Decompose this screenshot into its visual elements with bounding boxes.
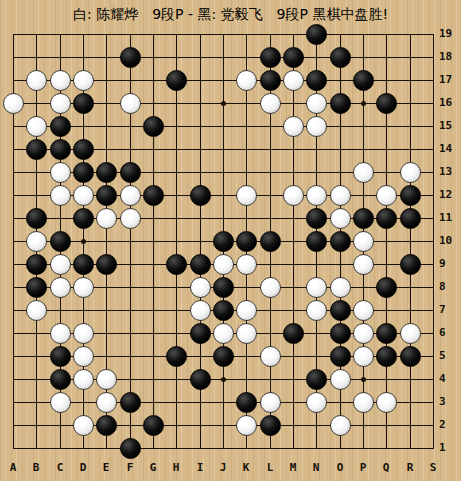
white-stone-N16 [306,93,327,114]
column-label-M: M [285,461,301,475]
black-stone-N17 [306,70,327,91]
black-stone-R5 [400,346,421,367]
black-stone-F18 [120,47,141,68]
column-label-N: N [308,461,324,475]
black-stone-H5 [166,346,187,367]
black-stone-Q8 [376,277,397,298]
white-stone-I8 [190,277,211,298]
star-point [221,377,226,382]
white-stone-J6 [213,323,234,344]
star-point [221,101,226,106]
white-stone-N12 [306,185,327,206]
black-stone-O6 [330,323,351,344]
white-stone-K7 [236,300,257,321]
black-stone-O16 [330,93,351,114]
column-label-H: H [168,461,184,475]
black-stone-D16 [73,93,94,114]
black-stone-E9 [96,254,117,275]
black-stone-J7 [213,300,234,321]
white-stone-Q3 [376,392,397,413]
black-stone-C15 [50,116,71,137]
black-stone-G2 [143,415,164,436]
white-stone-C6 [50,323,71,344]
black-stone-I12 [190,185,211,206]
row-label-15: 15 [439,119,461,133]
white-stone-F16 [120,93,141,114]
white-stone-E4 [96,369,117,390]
black-stone-E2 [96,415,117,436]
black-stone-D13 [73,162,94,183]
row-label-2: 2 [439,418,461,432]
black-stone-R12 [400,185,421,206]
white-stone-C16 [50,93,71,114]
black-stone-R9 [400,254,421,275]
black-stone-L2 [260,415,281,436]
white-stone-D4 [73,369,94,390]
column-label-F: F [122,461,138,475]
column-label-A: A [5,461,21,475]
row-label-18: 18 [439,50,461,64]
column-label-S: S [425,461,441,475]
white-stone-D2 [73,415,94,436]
black-stone-C10 [50,231,71,252]
row-label-11: 11 [439,211,461,225]
white-stone-F11 [120,208,141,229]
white-stone-L16 [260,93,281,114]
row-label-4: 4 [439,372,461,386]
white-stone-K2 [236,415,257,436]
column-label-Q: Q [378,461,394,475]
column-label-P: P [355,461,371,475]
row-label-9: 9 [439,257,461,271]
row-label-10: 10 [439,234,461,248]
row-label-7: 7 [439,303,461,317]
black-stone-N11 [306,208,327,229]
black-stone-L18 [260,47,281,68]
row-label-5: 5 [439,349,461,363]
black-stone-O10 [330,231,351,252]
column-label-O: O [332,461,348,475]
black-stone-G15 [143,116,164,137]
black-stone-D9 [73,254,94,275]
white-stone-L5 [260,346,281,367]
white-stone-C17 [50,70,71,91]
black-stone-Q6 [376,323,397,344]
black-stone-C5 [50,346,71,367]
white-stone-O2 [330,415,351,436]
white-stone-D6 [73,323,94,344]
black-stone-D11 [73,208,94,229]
white-stone-C3 [50,392,71,413]
black-stone-M18 [283,47,304,68]
black-stone-J10 [213,231,234,252]
black-stone-F1 [120,438,141,459]
black-stone-N19 [306,24,327,45]
board-grid-hline [13,448,434,449]
black-stone-P17 [353,70,374,91]
white-stone-P5 [353,346,374,367]
black-stone-G12 [143,185,164,206]
white-stone-A16 [3,93,24,114]
white-stone-C13 [50,162,71,183]
white-stone-B7 [26,300,47,321]
black-stone-D14 [73,139,94,160]
white-stone-B15 [26,116,47,137]
row-label-16: 16 [439,96,461,110]
white-stone-R6 [400,323,421,344]
row-label-3: 3 [439,395,461,409]
black-stone-Q5 [376,346,397,367]
column-label-D: D [75,461,91,475]
star-point [361,377,366,382]
white-stone-K17 [236,70,257,91]
white-stone-B17 [26,70,47,91]
white-stone-C9 [50,254,71,275]
white-stone-J9 [213,254,234,275]
black-stone-I6 [190,323,211,344]
white-stone-D8 [73,277,94,298]
board-grid-vline [293,34,294,449]
star-point [361,101,366,106]
black-stone-O5 [330,346,351,367]
black-stone-P11 [353,208,374,229]
black-stone-B9 [26,254,47,275]
white-stone-N15 [306,116,327,137]
black-stone-H9 [166,254,187,275]
white-stone-N7 [306,300,327,321]
black-stone-N4 [306,369,327,390]
black-stone-L10 [260,231,281,252]
column-label-K: K [238,461,254,475]
black-stone-J5 [213,346,234,367]
white-stone-M17 [283,70,304,91]
black-stone-Q16 [376,93,397,114]
white-stone-E3 [96,392,117,413]
white-stone-B10 [26,231,47,252]
black-stone-J8 [213,277,234,298]
board-grid-vline [410,34,411,449]
black-stone-F13 [120,162,141,183]
row-label-6: 6 [439,326,461,340]
column-label-J: J [215,461,231,475]
star-point [81,239,86,244]
game-info-header: 白: 陈耀烨 9段P - 黑: 党毅飞 9段P 黑棋中盘胜! [0,5,461,23]
white-stone-I7 [190,300,211,321]
white-stone-P3 [353,392,374,413]
row-label-8: 8 [439,280,461,294]
white-stone-K6 [236,323,257,344]
white-stone-E11 [96,208,117,229]
black-stone-K10 [236,231,257,252]
row-label-19: 19 [439,27,461,41]
board-grid-vline [433,34,434,449]
white-stone-O11 [330,208,351,229]
black-stone-B11 [26,208,47,229]
white-stone-P10 [353,231,374,252]
white-stone-L3 [260,392,281,413]
row-label-14: 14 [439,142,461,156]
black-stone-B14 [26,139,47,160]
column-label-C: C [52,461,68,475]
white-stone-P7 [353,300,374,321]
column-label-G: G [145,461,161,475]
black-stone-R11 [400,208,421,229]
white-stone-D12 [73,185,94,206]
black-stone-F3 [120,392,141,413]
column-label-L: L [262,461,278,475]
black-stone-E13 [96,162,117,183]
column-label-I: I [192,461,208,475]
white-stone-N8 [306,277,327,298]
white-stone-L8 [260,277,281,298]
black-stone-H17 [166,70,187,91]
black-stone-Q11 [376,208,397,229]
white-stone-K9 [236,254,257,275]
column-label-R: R [402,461,418,475]
white-stone-N3 [306,392,327,413]
column-label-B: B [28,461,44,475]
row-label-13: 13 [439,165,461,179]
white-stone-C8 [50,277,71,298]
white-stone-K12 [236,185,257,206]
black-stone-I9 [190,254,211,275]
white-stone-P13 [353,162,374,183]
white-stone-P6 [353,323,374,344]
black-stone-C14 [50,139,71,160]
white-stone-M12 [283,185,304,206]
white-stone-O8 [330,277,351,298]
go-game-viewer: 白: 陈耀烨 9段P - 黑: 党毅飞 9段P 黑棋中盘胜! ABCDEFGHI… [0,0,461,481]
white-stone-F12 [120,185,141,206]
black-stone-O18 [330,47,351,68]
white-stone-O4 [330,369,351,390]
row-label-17: 17 [439,73,461,87]
white-stone-D17 [73,70,94,91]
black-stone-O7 [330,300,351,321]
white-stone-C12 [50,185,71,206]
black-stone-E12 [96,185,117,206]
column-label-E: E [98,461,114,475]
black-stone-L17 [260,70,281,91]
white-stone-M15 [283,116,304,137]
black-stone-M6 [283,323,304,344]
white-stone-Q12 [376,185,397,206]
black-stone-B8 [26,277,47,298]
white-stone-O12 [330,185,351,206]
white-stone-D5 [73,346,94,367]
black-stone-C4 [50,369,71,390]
white-stone-P9 [353,254,374,275]
black-stone-I4 [190,369,211,390]
row-label-1: 1 [439,441,461,455]
black-stone-K3 [236,392,257,413]
row-label-12: 12 [439,188,461,202]
black-stone-N10 [306,231,327,252]
white-stone-R13 [400,162,421,183]
